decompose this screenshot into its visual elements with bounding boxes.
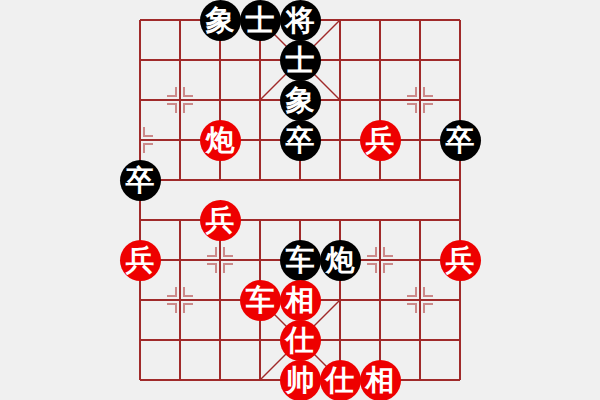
piece-black-soldier[interactable]: 卒 — [440, 120, 481, 161]
piece-glyph: 士 — [246, 6, 275, 35]
piece-glyph: 炮 — [326, 246, 355, 275]
piece-black-soldier[interactable]: 卒 — [280, 120, 321, 161]
piece-black-general[interactable]: 将 — [280, 0, 321, 41]
xiangqi-app: 象士将士象炮卒兵卒卒兵兵车炮兵车相仕帅仕相 — [0, 0, 600, 400]
piece-red-chariot[interactable]: 车 — [240, 280, 281, 321]
xiangqi-board[interactable]: 象士将士象炮卒兵卒卒兵兵车炮兵车相仕帅仕相 — [120, 0, 480, 400]
piece-red-cannon[interactable]: 炮 — [200, 120, 241, 161]
piece-red-elephant[interactable]: 相 — [360, 360, 401, 400]
piece-glyph: 兵 — [206, 206, 235, 235]
piece-glyph: 卒 — [126, 166, 155, 195]
piece-glyph: 车 — [246, 286, 275, 315]
piece-glyph: 兵 — [446, 246, 475, 275]
piece-red-soldier[interactable]: 兵 — [200, 200, 241, 241]
piece-glyph: 象 — [206, 6, 235, 35]
piece-glyph: 兵 — [126, 246, 155, 275]
piece-glyph: 卒 — [286, 126, 315, 155]
piece-glyph: 士 — [286, 46, 315, 75]
piece-black-cannon[interactable]: 炮 — [320, 240, 361, 281]
piece-glyph: 帅 — [286, 366, 315, 395]
piece-black-elephant[interactable]: 象 — [200, 0, 241, 41]
piece-glyph: 仕 — [286, 326, 315, 355]
piece-glyph: 车 — [286, 246, 315, 275]
piece-red-soldier[interactable]: 兵 — [440, 240, 481, 281]
piece-black-elephant[interactable]: 象 — [280, 80, 321, 121]
piece-glyph: 相 — [286, 286, 315, 315]
piece-red-general[interactable]: 帅 — [280, 360, 321, 400]
piece-glyph: 卒 — [446, 126, 475, 155]
piece-glyph: 兵 — [366, 126, 395, 155]
piece-red-elephant[interactable]: 相 — [280, 280, 321, 321]
piece-glyph: 将 — [286, 6, 315, 35]
piece-red-advisor[interactable]: 仕 — [320, 360, 361, 400]
piece-red-advisor[interactable]: 仕 — [280, 320, 321, 361]
piece-black-soldier[interactable]: 卒 — [120, 160, 161, 201]
piece-glyph: 炮 — [206, 126, 235, 155]
piece-black-chariot[interactable]: 车 — [280, 240, 321, 281]
piece-glyph: 相 — [366, 366, 395, 395]
piece-red-soldier[interactable]: 兵 — [120, 240, 161, 281]
piece-glyph: 仕 — [326, 366, 355, 395]
piece-black-advisor[interactable]: 士 — [280, 40, 321, 81]
piece-red-soldier[interactable]: 兵 — [360, 120, 401, 161]
piece-black-advisor[interactable]: 士 — [240, 0, 281, 41]
piece-glyph: 象 — [286, 86, 315, 115]
